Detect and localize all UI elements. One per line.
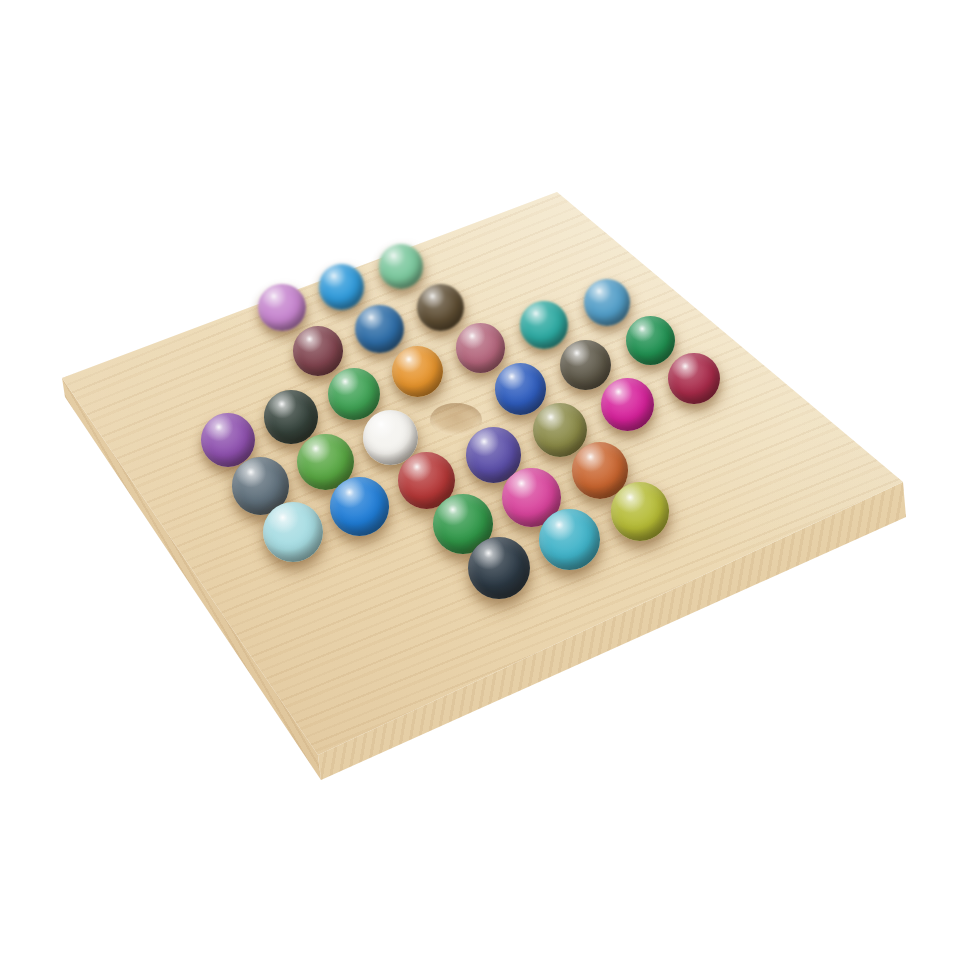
ball-seafoam[interactable] <box>379 244 424 289</box>
ball-olive[interactable] <box>533 403 587 457</box>
ball-powder-blue[interactable] <box>263 502 323 562</box>
ball-azure[interactable] <box>319 264 365 310</box>
ball-royal-blue[interactable] <box>495 363 547 415</box>
ball-ruby[interactable] <box>668 353 719 404</box>
ball-cerulean[interactable] <box>584 279 631 326</box>
ball-orchid[interactable] <box>258 284 305 331</box>
ball-plum[interactable] <box>293 326 343 376</box>
ball-navy[interactable] <box>468 537 530 599</box>
ball-turquoise[interactable] <box>539 509 600 570</box>
ball-rose[interactable] <box>456 323 506 373</box>
ball-dark-forest[interactable] <box>264 390 318 444</box>
ball-cobalt[interactable] <box>330 477 389 536</box>
ball-umber[interactable] <box>417 284 464 331</box>
ball-magenta[interactable] <box>601 378 654 431</box>
ball-emerald[interactable] <box>626 316 675 365</box>
photo-scene <box>0 0 958 958</box>
empty-center-hole[interactable] <box>430 403 482 436</box>
ball-bronze[interactable] <box>560 340 610 390</box>
ball-amber[interactable] <box>392 346 443 397</box>
ball-green[interactable] <box>328 368 380 420</box>
ball-lime[interactable] <box>611 482 670 541</box>
ball-steel-blue[interactable] <box>355 305 403 353</box>
ball-teal[interactable] <box>520 301 568 349</box>
balls-layer <box>0 0 958 958</box>
